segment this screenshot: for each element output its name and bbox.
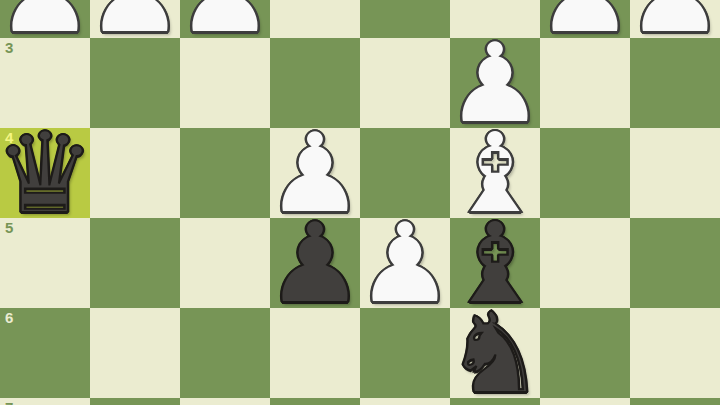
square-g6[interactable] xyxy=(90,308,180,398)
square-d2[interactable] xyxy=(360,0,450,38)
square-g5[interactable] xyxy=(90,218,180,308)
rank-label-3: 3 xyxy=(5,39,13,57)
square-e7[interactable] xyxy=(270,398,360,405)
square-d3[interactable] xyxy=(360,38,450,128)
square-b3[interactable] xyxy=(540,38,630,128)
square-h7[interactable]: 7 xyxy=(0,398,90,405)
piece-black-pawn-e5[interactable]: ♟ xyxy=(270,218,360,308)
piece-white-pawn-d5[interactable]: ♟ xyxy=(360,218,450,308)
square-f5[interactable] xyxy=(180,218,270,308)
square-a2[interactable]: ♟ xyxy=(630,0,720,38)
square-g4[interactable] xyxy=(90,128,180,218)
rank-label-6: 6 xyxy=(5,309,13,327)
piece-white-pawn-g2[interactable]: ♟ xyxy=(90,0,180,38)
square-b5[interactable] xyxy=(540,218,630,308)
square-a3[interactable] xyxy=(630,38,720,128)
square-b2[interactable]: ♟ xyxy=(540,0,630,38)
square-e6[interactable] xyxy=(270,308,360,398)
square-b4[interactable] xyxy=(540,128,630,218)
square-e5[interactable]: ♟ xyxy=(270,218,360,308)
square-b6[interactable] xyxy=(540,308,630,398)
square-e2[interactable] xyxy=(270,0,360,38)
piece-black-queen-h4[interactable]: ♛ xyxy=(0,128,90,218)
piece-white-pawn-f2[interactable]: ♟ xyxy=(180,0,270,38)
piece-white-pawn-a2[interactable]: ♟ xyxy=(630,0,720,38)
square-a6[interactable] xyxy=(630,308,720,398)
square-f3[interactable] xyxy=(180,38,270,128)
square-g2[interactable]: ♟ xyxy=(90,0,180,38)
square-g7[interactable] xyxy=(90,398,180,405)
square-c7[interactable] xyxy=(450,398,540,405)
square-c6[interactable]: ♞ xyxy=(450,308,540,398)
square-b7[interactable] xyxy=(540,398,630,405)
square-h6[interactable]: 6 xyxy=(0,308,90,398)
square-f4[interactable] xyxy=(180,128,270,218)
rank-label-7: 7 xyxy=(5,399,13,405)
square-d6[interactable] xyxy=(360,308,450,398)
rank-label-5: 5 xyxy=(5,219,13,237)
square-h4[interactable]: 4♛ xyxy=(0,128,90,218)
square-a5[interactable] xyxy=(630,218,720,308)
square-g3[interactable] xyxy=(90,38,180,128)
chess-board-viewport: 12♟♟♟♟♟3♟4♛♟♝5♟♟♝6♞78 xyxy=(0,0,720,405)
piece-black-knight-c6[interactable]: ♞ xyxy=(450,308,540,398)
square-h2[interactable]: 2♟ xyxy=(0,0,90,38)
square-f6[interactable] xyxy=(180,308,270,398)
square-d7[interactable] xyxy=(360,398,450,405)
chess-board: 12♟♟♟♟♟3♟4♛♟♝5♟♟♝6♞78 xyxy=(0,0,720,405)
square-d5[interactable]: ♟ xyxy=(360,218,450,308)
square-a4[interactable] xyxy=(630,128,720,218)
square-a7[interactable] xyxy=(630,398,720,405)
piece-white-pawn-b2[interactable]: ♟ xyxy=(540,0,630,38)
piece-white-pawn-h2[interactable]: ♟ xyxy=(0,0,90,38)
square-h5[interactable]: 5 xyxy=(0,218,90,308)
square-f2[interactable]: ♟ xyxy=(180,0,270,38)
square-f7[interactable] xyxy=(180,398,270,405)
